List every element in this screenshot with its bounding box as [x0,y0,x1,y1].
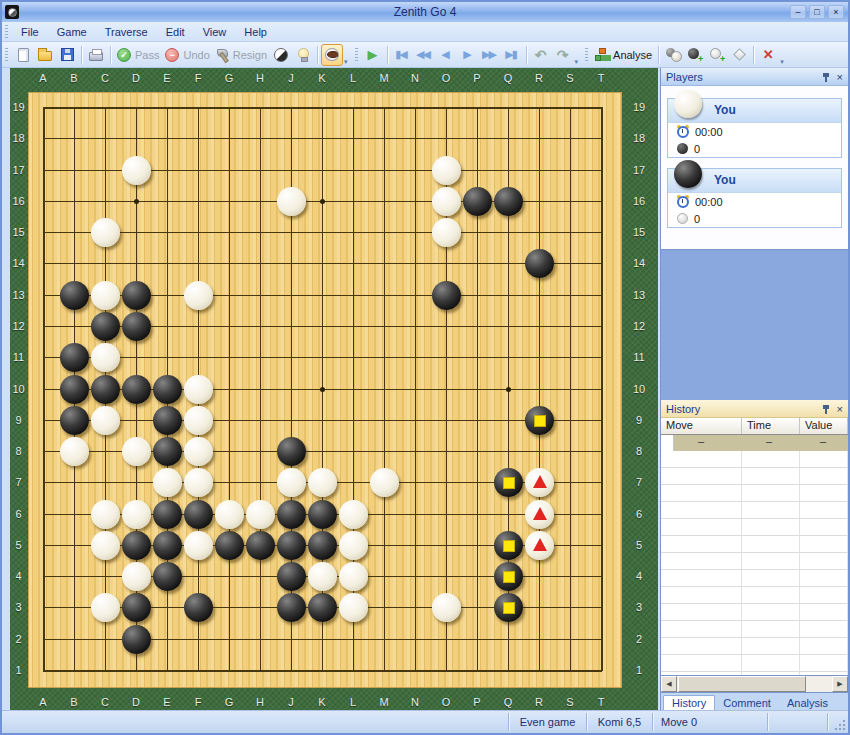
coord-column-label: Q [501,72,515,84]
grid-line [43,670,602,672]
stone-black-D2[interactable] [122,625,151,654]
scroll-left-button[interactable]: ◀ [661,676,677,692]
history-scrollbar[interactable]: ◀ ▶ [661,676,848,693]
triangle-mark [533,475,547,488]
last-move-icon: ▶▮ [505,48,518,61]
coord-row-label: 2 [10,633,27,645]
status-bar: Even game Komi 6,5 Move 0 [2,710,848,733]
grid-line [384,107,385,671]
add-white-stone-button[interactable]: + [706,44,728,66]
pin-icon[interactable] [822,72,830,82]
stone-white-C6[interactable] [91,500,120,529]
stone-white-D8[interactable] [122,437,151,466]
status-game-type: Even game [508,713,586,731]
column-time[interactable]: Time [742,418,800,434]
toolbar-overflow-chevron[interactable]: ▾ [575,58,579,66]
star-point [506,387,511,392]
coord-column-label: D [129,72,143,84]
stone-black-E8[interactable] [153,437,182,466]
coord-row-label: 16 [629,195,649,207]
add-black-stone-icon: + [688,48,702,61]
grid-line [539,107,540,671]
history-empty-row [661,451,848,468]
players-panel-body: You 00:00 0 You 00:00 0 [661,86,848,250]
resize-grip[interactable] [834,719,846,731]
coord-row-label: 3 [10,601,27,613]
history-selected-row[interactable]: – – – [661,435,848,451]
analyse-button[interactable]: Analyse [592,44,655,66]
stone-black-D12[interactable] [122,312,151,341]
tab-analysis[interactable]: Analysis [779,696,836,710]
coord-row-label: 18 [629,132,649,144]
setup-stones-button[interactable] [662,44,684,66]
coord-row-label: 9 [629,414,649,426]
stone-white-E7[interactable] [153,468,182,497]
stone-black-Q3[interactable] [494,593,523,622]
first-move-icon: ▮◀ [395,48,408,61]
stone-black-F3[interactable] [184,593,213,622]
coord-column-label: T [594,72,608,84]
stone-black-J3[interactable] [277,593,306,622]
coord-row-label: 15 [629,226,649,238]
coord-column-label: C [98,72,112,84]
stone-white-D6[interactable] [122,500,151,529]
stone-white-O15[interactable] [432,218,461,247]
history-panel-title: History [666,403,700,415]
coord-row-label: 12 [10,320,27,332]
stone-white-F13[interactable] [184,281,213,310]
coord-row-label: 10 [10,383,27,395]
coord-column-label: B [67,72,81,84]
coord-column-label: P [470,72,484,84]
stone-black-J6[interactable] [277,500,306,529]
undo-icon: − [165,48,179,62]
coord-column-label: J [284,72,298,84]
coord-column-label: B [67,696,81,708]
nav-forward-button[interactable]: ▶ [457,44,479,66]
menu-game[interactable]: Game [48,23,96,41]
toolbar-gripper [5,48,8,62]
captured-white-stone-icon [677,213,688,224]
coord-column-label: K [315,696,329,708]
history-close-icon[interactable]: × [837,404,843,414]
stone-white-K7[interactable] [308,468,337,497]
coord-row-label: 4 [629,570,649,582]
stone-black-Q5[interactable] [494,531,523,560]
stone-black-E4[interactable] [153,562,182,591]
window-title: Zenith Go 4 [2,5,848,19]
erase-button[interactable] [728,44,750,66]
bowl-toggle-button[interactable] [321,44,343,66]
star-point [134,199,139,204]
panel-tabs: History Comment Analysis [661,693,848,710]
coord-column-label: P [470,696,484,708]
status-move: Move 0 [652,713,767,731]
stone-black-Q7[interactable] [494,468,523,497]
minimize-button[interactable]: – [790,5,806,19]
panel-filler [661,250,848,400]
stone-black-B13[interactable] [60,281,89,310]
stone-black-E5[interactable] [153,531,182,560]
stone-black-K3[interactable] [308,593,337,622]
stone-white-O3[interactable] [432,593,461,622]
open-button[interactable] [34,44,56,66]
coord-row-label: 1 [10,664,27,676]
stone-white-F10[interactable] [184,375,213,404]
stone-white-L4[interactable] [339,562,368,591]
stone-white-D4[interactable] [122,562,151,591]
undo-button[interactable]: − Undo [162,44,212,66]
coord-row-label: 7 [10,476,27,488]
status-komi: Komi 6,5 [586,713,652,731]
coord-column-label: F [191,72,205,84]
menu-edit[interactable]: Edit [157,23,194,41]
stone-white-R7[interactable] [525,468,554,497]
stone-white-L6[interactable] [339,500,368,529]
black-stone-avatar [674,160,702,188]
history-empty-row [661,468,848,485]
stone-white-R6[interactable] [525,500,554,529]
stone-white-F8[interactable] [184,437,213,466]
coord-row-label: 5 [629,539,649,551]
column-move[interactable]: Move [661,418,742,434]
stone-white-G6[interactable] [215,500,244,529]
coord-row-label: 17 [10,164,27,176]
stone-black-K6[interactable] [308,500,337,529]
coord-row-label: 8 [10,445,27,457]
stone-black-G5[interactable] [215,531,244,560]
stone-black-H5[interactable] [246,531,275,560]
lightbulb-icon [298,48,309,59]
coord-column-label: E [160,696,174,708]
stone-black-C12[interactable] [91,312,120,341]
white-stone-avatar [674,90,702,118]
triangle-mark [533,538,547,551]
history-empty-row [661,553,848,570]
grid-line [43,420,602,421]
stone-white-D17[interactable] [122,156,151,185]
coord-row-label: 6 [629,508,649,520]
stone-bowl-icon [325,48,339,61]
two-stones-icon [666,48,681,61]
stone-white-C13[interactable] [91,281,120,310]
grid-line [415,107,416,671]
stone-white-O17[interactable] [432,156,461,185]
coord-row-label: 8 [629,445,649,457]
stone-black-E9[interactable] [153,406,182,435]
coord-row-label: 14 [629,257,649,269]
menubar-gripper [5,25,8,39]
status-empty-segment [767,713,827,731]
coord-row-label: 19 [10,101,27,113]
new-game-button[interactable] [12,44,34,66]
coord-row-label: 15 [10,226,27,238]
title-bar: Zenith Go 4 – □ × [2,2,848,22]
grid-line [601,107,603,671]
side-panel: Players × You 00:00 0 [660,68,848,710]
stone-black-Q16[interactable] [494,187,523,216]
coord-row-label: 10 [629,383,649,395]
history-empty-row [661,655,848,672]
menu-help[interactable]: Help [235,23,276,41]
stone-color-button[interactable] [270,44,292,66]
pass-icon: ✓ [117,48,131,62]
coord-column-label: O [439,72,453,84]
eraser-diamond-icon [733,48,746,61]
coord-column-label: M [377,72,391,84]
history-empty-row [661,621,848,638]
stone-white-H6[interactable] [246,500,275,529]
stone-black-B9[interactable] [60,406,89,435]
stone-black-B10[interactable] [60,375,89,404]
coord-column-label: G [222,696,236,708]
coord-row-label: 6 [10,508,27,520]
history-empty-row [661,519,848,536]
triangle-mark [533,507,547,520]
print-button[interactable] [85,44,107,66]
square-mark [503,477,515,489]
coord-row-label: 5 [10,539,27,551]
coord-row-label: 3 [629,601,649,613]
go-board[interactable]: AABBCCDDEEFFGGHHJJKKLLMMNNOOPPQQRRSSTT19… [10,68,658,714]
players-panel-title: Players [666,71,703,83]
toolbar: ✓ Pass − Undo Resign ▾ ▶ ▮◀ ◀◀ ◀ ▶ ▶▶ ▶▮ [2,42,848,68]
back-icon: ◀ [441,48,449,61]
stone-white-C5[interactable] [91,531,120,560]
stone-black-R9[interactable] [525,406,554,435]
save-button[interactable] [56,44,78,66]
coord-row-label: 13 [10,289,27,301]
history-empty-row [661,638,848,655]
toolbar-gripper [585,48,588,62]
coord-column-label: S [563,72,577,84]
coord-column-label: H [253,696,267,708]
stone-white-M7[interactable] [370,468,399,497]
stone-black-D3[interactable] [122,593,151,622]
branch-undo-icon: ↶ [535,47,547,63]
coord-column-label: S [563,696,577,708]
stone-white-F9[interactable] [184,406,213,435]
column-value[interactable]: Value [800,418,848,434]
delete-button[interactable]: ✕ [757,44,779,66]
analyse-chart-icon [595,48,609,61]
coord-column-label: G [222,72,236,84]
coord-row-label: 14 [10,257,27,269]
add-white-stone-icon: + [710,48,724,61]
menu-bar: File Game Traverse Edit View Help [2,22,848,42]
stone-white-J16[interactable] [277,187,306,216]
stone-white-L3[interactable] [339,593,368,622]
fast-forward-icon: ▶▶ [482,48,497,61]
delete-x-icon: ✕ [763,47,774,62]
coord-row-label: 19 [629,101,649,113]
nav-last-button[interactable]: ▶▮ [501,44,523,66]
toolbar-gripper [355,48,358,62]
coord-column-label: O [439,696,453,708]
star-point [320,199,325,204]
stone-black-E10[interactable] [153,375,182,404]
branch-redo-button[interactable]: ↷ [552,44,574,66]
tab-history[interactable]: History [663,695,715,710]
forward-icon: ▶ [463,48,471,61]
stone-black-C10[interactable] [91,375,120,404]
stone-black-R14[interactable] [525,249,554,278]
players-panel-header: Players × [661,68,848,86]
square-mark [503,571,515,583]
stone-black-D10[interactable] [122,375,151,404]
tab-comment[interactable]: Comment [715,696,779,710]
coord-row-label: 9 [10,414,27,426]
coord-column-label: M [377,696,391,708]
resign-button[interactable]: Resign [213,44,270,66]
scrollbar-thumb[interactable] [678,676,806,692]
stone-white-C3[interactable] [91,593,120,622]
pass-button[interactable]: ✓ Pass [114,44,162,66]
stone-black-Q4[interactable] [494,562,523,591]
coord-column-label: J [284,696,298,708]
player-name: You [714,173,736,187]
coord-row-label: 12 [629,320,649,332]
coord-row-label: 13 [629,289,649,301]
stone-white-C15[interactable] [91,218,120,247]
branch-redo-icon: ↷ [557,47,569,63]
toolbar-overflow-chevron[interactable]: ▾ [344,58,348,66]
history-empty-row [661,570,848,587]
coord-column-label: A [36,72,50,84]
coord-column-label: T [594,696,608,708]
stone-black-B11[interactable] [60,343,89,372]
menu-view[interactable]: View [194,23,236,41]
stone-black-K5[interactable] [308,531,337,560]
clock-icon [677,126,689,138]
square-mark [503,540,515,552]
resign-icon [216,48,229,61]
open-folder-icon [38,51,52,61]
nav-back-button[interactable]: ◀ [435,44,457,66]
player-card-header: You [668,99,841,123]
coord-row-label: 17 [629,164,649,176]
history-table[interactable]: Move Time Value – – – [661,418,848,676]
nav-ffwd-button[interactable]: ▶▶ [479,44,501,66]
player-name: You [714,103,736,117]
player-time: 00:00 [695,196,723,208]
coord-column-label: Q [501,696,515,708]
stone-white-K4[interactable] [308,562,337,591]
stone-white-O16[interactable] [432,187,461,216]
player-card-black: You 00:00 0 [667,168,842,228]
stone-black-D5[interactable] [122,531,151,560]
coord-row-label: 16 [10,195,27,207]
rewind-icon: ◀◀ [416,48,431,61]
stone-white-C9[interactable] [91,406,120,435]
coord-column-label: L [346,72,360,84]
star-point [320,387,325,392]
coord-row-label: 11 [10,351,27,363]
player-captures: 0 [694,143,700,155]
captured-black-stone-icon [677,143,688,154]
coord-column-label: N [408,696,422,708]
stone-black-F6[interactable] [184,500,213,529]
save-icon [61,48,74,61]
add-black-stone-button[interactable]: + [684,44,706,66]
coord-column-label: K [315,72,329,84]
coord-column-label: F [191,696,205,708]
clock-icon [677,196,689,208]
history-empty-row [661,502,848,519]
stone-black-D13[interactable] [122,281,151,310]
square-mark [503,602,515,614]
grid-line [570,107,571,671]
hint-button[interactable] [292,44,314,66]
nav-rewind-button[interactable]: ◀◀ [413,44,435,66]
maximize-button[interactable]: □ [809,5,825,19]
coord-column-label: D [129,696,143,708]
square-mark [534,415,546,427]
toolbar-overflow-chevron[interactable]: ▾ [780,58,784,66]
pin-icon[interactable] [822,404,830,414]
coord-column-label: R [532,72,546,84]
players-close-icon[interactable]: × [837,72,843,82]
history-panel-header: History × [661,400,848,418]
stone-white-J7[interactable] [277,468,306,497]
coord-row-label: 1 [629,664,649,676]
coord-row-label: 18 [10,132,27,144]
history-table-header: Move Time Value [661,418,848,435]
stone-white-L5[interactable] [339,531,368,560]
play-button[interactable]: ▶ [362,44,384,66]
stone-black-J8[interactable] [277,437,306,466]
stone-black-P16[interactable] [463,187,492,216]
history-empty-row [661,604,848,621]
player-card-header: You [668,169,841,193]
stone-black-E6[interactable] [153,500,182,529]
menu-traverse[interactable]: Traverse [96,23,157,41]
stone-white-R5[interactable] [525,531,554,560]
black-white-stone-icon [274,48,288,62]
scroll-right-button[interactable]: ▶ [832,676,848,692]
history-empty-row [661,587,848,604]
coord-row-label: 7 [629,476,649,488]
close-button[interactable]: × [828,5,844,19]
coord-column-label: R [532,696,546,708]
branch-undo-button[interactable]: ↶ [530,44,552,66]
stone-black-O13[interactable] [432,281,461,310]
coord-column-label: H [253,72,267,84]
coord-column-label: E [160,72,174,84]
coord-column-label: A [36,696,50,708]
stone-white-C11[interactable] [91,343,120,372]
player-card-white: You 00:00 0 [667,98,842,158]
stone-white-F7[interactable] [184,468,213,497]
new-file-icon [18,48,29,62]
stone-black-J4[interactable] [277,562,306,591]
stone-black-J5[interactable] [277,531,306,560]
history-empty-row [661,536,848,553]
menu-file[interactable]: File [12,23,48,41]
nav-first-button[interactable]: ▮◀ [391,44,413,66]
coord-row-label: 2 [629,633,649,645]
stone-white-B8[interactable] [60,437,89,466]
coord-column-label: L [346,696,360,708]
print-icon [89,52,103,61]
player-time: 00:00 [695,126,723,138]
coord-row-label: 11 [629,351,649,363]
stone-white-F5[interactable] [184,531,213,560]
player-captures: 0 [694,213,700,225]
coord-row-label: 4 [10,570,27,582]
coord-column-label: C [98,696,112,708]
history-empty-row [661,485,848,502]
